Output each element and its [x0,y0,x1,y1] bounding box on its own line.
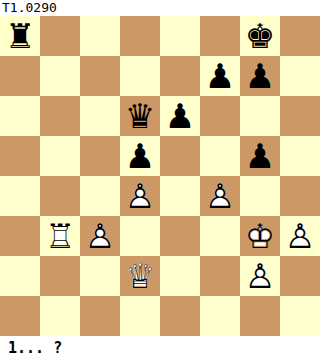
square-h1[interactable] [280,296,320,336]
piece-outline: ♙ [200,176,240,216]
square-f1[interactable] [200,296,240,336]
piece-glyph: ♛ [120,96,160,136]
square-b1[interactable] [40,296,80,336]
square-c7[interactable] [80,56,120,96]
square-c8[interactable] [80,16,120,56]
square-g3[interactable]: ♚♔ [240,216,280,256]
square-b4[interactable] [40,176,80,216]
chess-board: ♜♚♟♟♛♟♟♟♟♙♟♙♜♖♟♙♚♔♟♙♛♕♟♙ [0,16,320,336]
square-b6[interactable] [40,96,80,136]
square-b8[interactable] [40,16,80,56]
square-f2[interactable] [200,256,240,296]
square-c2[interactable] [80,256,120,296]
puzzle-id: T1.0290 [0,0,57,16]
square-b7[interactable] [40,56,80,96]
square-d2[interactable]: ♛♕ [120,256,160,296]
square-h4[interactable] [280,176,320,216]
square-d1[interactable] [120,296,160,336]
square-h2[interactable] [280,256,320,296]
piece-glyph: ♟ [160,96,200,136]
square-e4[interactable] [160,176,200,216]
square-g6[interactable] [240,96,280,136]
square-a4[interactable] [0,176,40,216]
square-d6[interactable]: ♛ [120,96,160,136]
piece-outline: ♙ [240,256,280,296]
square-b5[interactable] [40,136,80,176]
square-d8[interactable] [120,16,160,56]
square-a6[interactable] [0,96,40,136]
piece-white-king: ♚♔ [240,216,280,256]
piece-glyph: ♟ [240,56,280,96]
square-e8[interactable] [160,16,200,56]
piece-white-rook: ♜♖ [40,216,80,256]
piece-glyph: ♟ [240,136,280,176]
square-e3[interactable] [160,216,200,256]
piece-white-queen: ♛♕ [120,256,160,296]
square-f5[interactable] [200,136,240,176]
piece-black-pawn: ♟ [160,96,200,136]
square-d7[interactable] [120,56,160,96]
piece-white-pawn: ♟♙ [120,176,160,216]
square-c6[interactable] [80,96,120,136]
piece-outline: ♙ [80,216,120,256]
square-h7[interactable] [280,56,320,96]
square-f6[interactable] [200,96,240,136]
square-f3[interactable] [200,216,240,256]
square-h6[interactable] [280,96,320,136]
square-g4[interactable] [240,176,280,216]
square-a8[interactable]: ♜ [0,16,40,56]
square-b2[interactable] [40,256,80,296]
square-b3[interactable]: ♜♖ [40,216,80,256]
piece-black-pawn: ♟ [200,56,240,96]
square-h3[interactable]: ♟♙ [280,216,320,256]
piece-outline: ♕ [120,256,160,296]
square-d5[interactable]: ♟ [120,136,160,176]
square-a3[interactable] [0,216,40,256]
square-g1[interactable] [240,296,280,336]
square-e2[interactable] [160,256,200,296]
square-d3[interactable] [120,216,160,256]
square-g5[interactable]: ♟ [240,136,280,176]
square-a1[interactable] [0,296,40,336]
piece-outline: ♔ [240,216,280,256]
piece-white-pawn: ♟♙ [80,216,120,256]
square-h5[interactable] [280,136,320,176]
piece-white-pawn: ♟♙ [240,256,280,296]
square-g7[interactable]: ♟ [240,56,280,96]
square-c1[interactable] [80,296,120,336]
square-f8[interactable] [200,16,240,56]
piece-black-pawn: ♟ [240,56,280,96]
piece-glyph: ♜ [0,16,40,56]
piece-white-pawn: ♟♙ [280,216,320,256]
piece-outline: ♖ [40,216,80,256]
square-e1[interactable] [160,296,200,336]
piece-black-king: ♚ [240,16,280,56]
square-d4[interactable]: ♟♙ [120,176,160,216]
square-f4[interactable]: ♟♙ [200,176,240,216]
piece-glyph: ♟ [200,56,240,96]
piece-black-rook: ♜ [0,16,40,56]
square-a7[interactable] [0,56,40,96]
square-c5[interactable] [80,136,120,176]
title-bar: T1.0290 [0,0,320,16]
square-h8[interactable] [280,16,320,56]
square-a2[interactable] [0,256,40,296]
piece-black-pawn: ♟ [120,136,160,176]
square-e5[interactable] [160,136,200,176]
piece-outline: ♙ [120,176,160,216]
square-e6[interactable]: ♟ [160,96,200,136]
move-prompt: 1... ? [0,339,62,357]
piece-glyph: ♚ [240,16,280,56]
square-f7[interactable]: ♟ [200,56,240,96]
piece-outline: ♙ [280,216,320,256]
square-c4[interactable] [80,176,120,216]
status-bar: 1... ? [0,336,320,360]
square-c3[interactable]: ♟♙ [80,216,120,256]
piece-black-queen: ♛ [120,96,160,136]
chess-app-window: T1.0290 ♜♚♟♟♛♟♟♟♟♙♟♙♜♖♟♙♚♔♟♙♛♕♟♙ 1... ? [0,0,320,360]
square-g8[interactable]: ♚ [240,16,280,56]
square-g2[interactable]: ♟♙ [240,256,280,296]
piece-black-pawn: ♟ [240,136,280,176]
square-e7[interactable] [160,56,200,96]
square-a5[interactable] [0,136,40,176]
piece-glyph: ♟ [120,136,160,176]
piece-white-pawn: ♟♙ [200,176,240,216]
